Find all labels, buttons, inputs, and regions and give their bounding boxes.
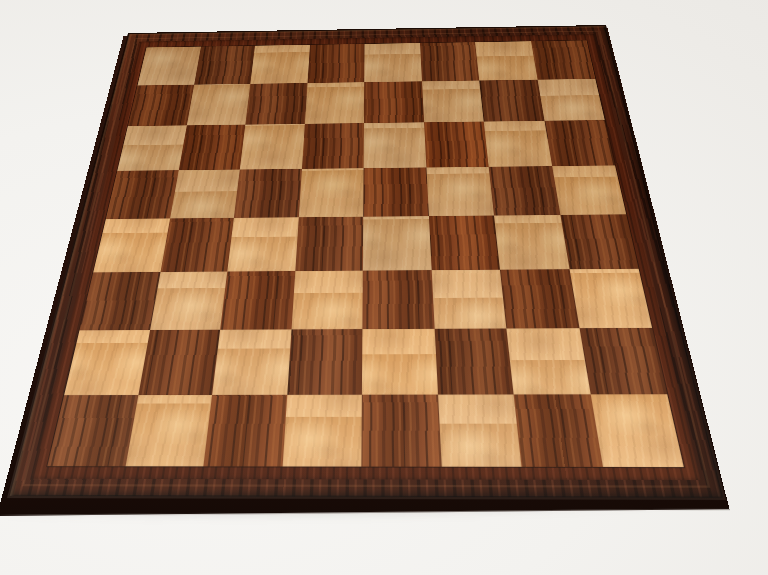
square-c1: [203, 394, 286, 466]
square-e2: [362, 329, 438, 394]
square-f6: [424, 122, 489, 168]
square-h6: [544, 120, 615, 166]
square-e8: [364, 43, 421, 82]
square-f8: [420, 42, 480, 81]
square-g8: [475, 41, 537, 80]
square-h3: [569, 268, 652, 328]
square-e5: [363, 167, 428, 217]
photo-background: [0, 0, 768, 575]
square-c5: [234, 169, 302, 218]
square-a7: [128, 84, 194, 126]
square-f3: [431, 269, 506, 329]
square-g2: [506, 328, 590, 394]
square-d8: [307, 44, 364, 83]
square-c3: [220, 271, 295, 330]
square-f7: [422, 80, 484, 122]
square-a8: [138, 47, 201, 86]
square-e4: [363, 216, 431, 270]
square-e6: [364, 122, 426, 168]
square-b7: [186, 84, 250, 126]
square-a6: [117, 125, 186, 170]
square-c7: [245, 83, 307, 125]
square-h8: [531, 40, 596, 79]
square-e7: [364, 81, 424, 123]
square-f2: [434, 328, 513, 394]
square-h4: [560, 214, 639, 268]
square-g6: [484, 121, 552, 167]
square-h7: [537, 79, 605, 121]
square-b2: [138, 330, 220, 395]
square-c4: [227, 217, 298, 271]
square-g4: [494, 215, 569, 269]
square-d4: [295, 217, 363, 271]
square-d1: [282, 394, 362, 466]
chessboard: [7, 25, 726, 500]
square-a5: [106, 170, 179, 219]
square-f4: [428, 216, 499, 270]
square-a4: [93, 218, 169, 272]
square-g5: [489, 166, 560, 216]
square-g7: [479, 79, 544, 121]
square-b4: [160, 218, 234, 272]
square-g3: [500, 269, 579, 329]
square-h5: [552, 165, 627, 215]
square-e3: [362, 270, 434, 329]
square-h2: [579, 328, 667, 394]
square-b1: [125, 394, 212, 466]
square-b6: [178, 125, 245, 170]
square-c2: [212, 329, 291, 394]
square-d6: [302, 123, 364, 168]
square-e1: [361, 394, 441, 467]
square-f1: [437, 394, 521, 467]
board-squares-grid: [47, 40, 684, 467]
square-g1: [514, 394, 603, 467]
square-d3: [291, 270, 363, 329]
square-d7: [304, 82, 364, 124]
square-h1: [590, 394, 684, 467]
square-d5: [298, 168, 363, 217]
square-b5: [170, 169, 240, 218]
square-a2: [64, 330, 149, 395]
square-c6: [240, 124, 305, 169]
square-b3: [150, 271, 228, 330]
square-f5: [426, 166, 494, 216]
square-a1: [47, 395, 138, 467]
square-d2: [287, 329, 363, 394]
square-c8: [250, 45, 309, 84]
square-b8: [194, 46, 255, 85]
square-a3: [79, 272, 160, 331]
